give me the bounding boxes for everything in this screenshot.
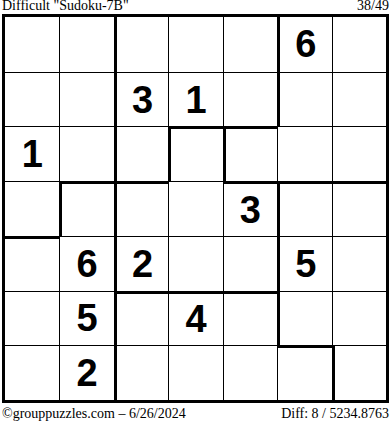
cell-r3c3[interactable] [114, 126, 168, 181]
cell-r6c3[interactable] [114, 291, 168, 346]
cell-r7c5[interactable] [223, 345, 277, 400]
empty-cell-counter: 38/49 [357, 0, 389, 13]
cell-r5c6-given[interactable]: 5 [277, 236, 331, 291]
cell-r6c2-given[interactable]: 5 [59, 291, 113, 346]
difficulty-text: Diff: 8 / 5234.8763 [281, 406, 389, 422]
puzzle-title: Difficult "Sudoku-7B" [2, 0, 129, 13]
cell-r3c7[interactable] [332, 126, 386, 181]
copyright-text: ©grouppuzzles.com – 6/26/2024 [2, 406, 186, 422]
cell-r7c6[interactable] [277, 345, 331, 400]
cell-r6c7[interactable] [332, 291, 386, 346]
cell-r1c7[interactable] [332, 17, 386, 72]
cell-r1c1[interactable] [5, 17, 59, 72]
cell-r7c7[interactable] [332, 345, 386, 400]
cell-r3c2[interactable] [59, 126, 113, 181]
cell-r4c1[interactable] [5, 181, 59, 236]
footer: ©grouppuzzles.com – 6/26/2024 Diff: 8 / … [2, 406, 389, 422]
cell-r5c3-given[interactable]: 2 [114, 236, 168, 291]
cell-r1c4[interactable] [168, 17, 222, 72]
cell-r4c3[interactable] [114, 181, 168, 236]
cell-r6c4-given[interactable]: 4 [168, 291, 222, 346]
cell-r3c5[interactable] [223, 126, 277, 181]
header: Difficult "Sudoku-7B" 38/49 [2, 0, 389, 13]
cell-r5c5[interactable] [223, 236, 277, 291]
cell-r2c2[interactable] [59, 72, 113, 127]
puzzle-page: Difficult "Sudoku-7B" 38/49 63113625542 … [0, 0, 391, 426]
cell-r4c7[interactable] [332, 181, 386, 236]
cell-r1c5[interactable] [223, 17, 277, 72]
cell-r4c2[interactable] [59, 181, 113, 236]
cell-r4c4[interactable] [168, 181, 222, 236]
cell-r5c2-given[interactable]: 6 [59, 236, 113, 291]
cell-r6c1[interactable] [5, 291, 59, 346]
cell-r5c4[interactable] [168, 236, 222, 291]
cell-r2c4-given[interactable]: 1 [168, 72, 222, 127]
cell-r5c7[interactable] [332, 236, 386, 291]
cell-r3c6[interactable] [277, 126, 331, 181]
cell-r1c2[interactable] [59, 17, 113, 72]
cell-r1c6-given[interactable]: 6 [277, 17, 331, 72]
cell-r2c6[interactable] [277, 72, 331, 127]
cell-r5c1[interactable] [5, 236, 59, 291]
cell-r7c3[interactable] [114, 345, 168, 400]
cell-r6c6[interactable] [277, 291, 331, 346]
cell-r2c3-given[interactable]: 3 [114, 72, 168, 127]
cell-r2c7[interactable] [332, 72, 386, 127]
sudoku-board: 63113625542 [2, 14, 389, 403]
cell-r4c6[interactable] [277, 181, 331, 236]
cell-r6c5[interactable] [223, 291, 277, 346]
cell-r1c3[interactable] [114, 17, 168, 72]
cell-r7c4[interactable] [168, 345, 222, 400]
cell-r4c5-given[interactable]: 3 [223, 181, 277, 236]
cell-r3c1-given[interactable]: 1 [5, 126, 59, 181]
cell-r2c5[interactable] [223, 72, 277, 127]
cell-r7c2-given[interactable]: 2 [59, 345, 113, 400]
cell-r7c1[interactable] [5, 345, 59, 400]
cell-r2c1[interactable] [5, 72, 59, 127]
cell-r3c4[interactable] [168, 126, 222, 181]
